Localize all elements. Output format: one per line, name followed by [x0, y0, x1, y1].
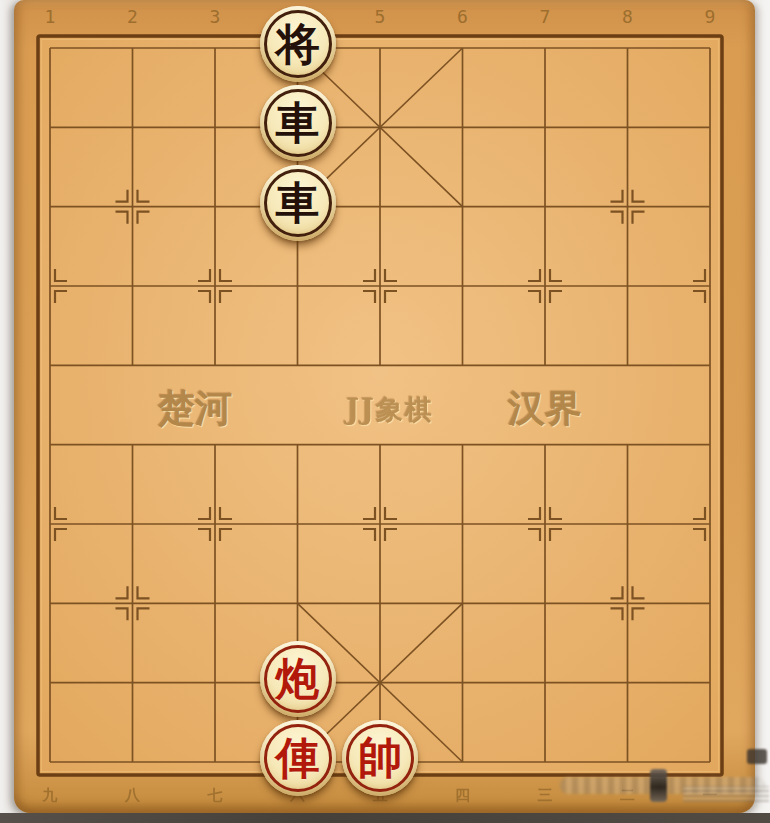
- board-click-layer[interactable]: 将車車炮俥帥: [9, 8, 752, 801]
- piece-black-chariot-2[interactable]: 車: [260, 165, 336, 241]
- piece-black-chariot-1[interactable]: 車: [260, 85, 336, 161]
- piece-character: 車: [260, 85, 336, 161]
- piece-red-general[interactable]: 帥: [342, 720, 418, 796]
- piece-character: 車: [260, 165, 336, 241]
- piece-red-chariot[interactable]: 俥: [260, 720, 336, 796]
- piece-character: 将: [260, 6, 336, 82]
- piece-character: 俥: [260, 720, 336, 796]
- piece-black-general[interactable]: 将: [260, 6, 336, 82]
- piece-character: 帥: [342, 720, 418, 796]
- piece-red-cannon[interactable]: 炮: [260, 641, 336, 717]
- xiangqi-screen: 123456789九八七六五四三二一 楚河 JJ象棋 汉界 将車車炮俥帥: [0, 0, 770, 823]
- piece-character: 炮: [260, 641, 336, 717]
